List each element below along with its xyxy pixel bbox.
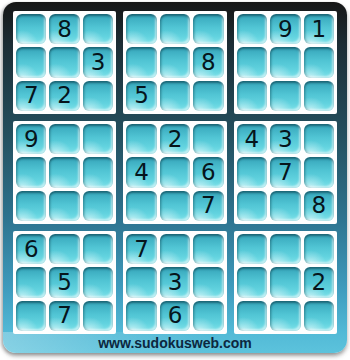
cell-r9c5[interactable]: 6	[160, 301, 190, 331]
cell-r2c6[interactable]: 8	[193, 47, 223, 77]
cell-r2c5[interactable]	[160, 47, 190, 77]
cell-r3c3[interactable]	[83, 81, 113, 111]
cell-r8c8[interactable]	[270, 267, 300, 297]
cell-r3c6[interactable]	[193, 81, 223, 111]
sudoku-grid: 837285919246743786577362	[13, 11, 337, 334]
cell-r3c1[interactable]: 7	[16, 81, 46, 111]
cell-r4c9[interactable]	[304, 124, 334, 154]
sudoku-box-2: 85	[123, 11, 226, 114]
cell-r6c1[interactable]	[16, 191, 46, 221]
cell-r9c6[interactable]	[193, 301, 223, 331]
cell-r6c3[interactable]	[83, 191, 113, 221]
cell-r4c5[interactable]: 2	[160, 124, 190, 154]
cell-r5c3[interactable]	[83, 157, 113, 187]
cell-r8c2[interactable]: 5	[49, 267, 79, 297]
cell-r6c7[interactable]	[237, 191, 267, 221]
cell-r4c6[interactable]	[193, 124, 223, 154]
cell-r3c9[interactable]	[304, 81, 334, 111]
cell-digit: 3	[91, 51, 106, 74]
cell-r1c8[interactable]: 9	[270, 14, 300, 44]
cell-r4c4[interactable]	[126, 124, 156, 154]
sudoku-box-1: 8372	[13, 11, 116, 114]
cell-r4c2[interactable]	[49, 124, 79, 154]
cell-digit: 9	[24, 128, 39, 151]
cell-r9c9[interactable]	[304, 301, 334, 331]
cell-r4c3[interactable]	[83, 124, 113, 154]
cell-digit: 7	[201, 194, 216, 217]
cell-r2c3[interactable]: 3	[83, 47, 113, 77]
cell-digit: 8	[57, 18, 72, 41]
cell-r9c4[interactable]	[126, 301, 156, 331]
cell-r8c7[interactable]	[237, 267, 267, 297]
cell-r1c5[interactable]	[160, 14, 190, 44]
cell-r9c1[interactable]	[16, 301, 46, 331]
cell-digit: 8	[201, 51, 216, 74]
cell-r6c5[interactable]	[160, 191, 190, 221]
cell-r7c3[interactable]	[83, 234, 113, 264]
cell-digit: 6	[24, 238, 39, 261]
cell-r2c2[interactable]	[49, 47, 79, 77]
cell-r2c8[interactable]	[270, 47, 300, 77]
cell-r7c8[interactable]	[270, 234, 300, 264]
cell-digit: 6	[201, 161, 216, 184]
cell-r8c4[interactable]	[126, 267, 156, 297]
cell-digit: 7	[57, 304, 72, 327]
sudoku-box-4: 9	[13, 121, 116, 224]
cell-r6c6[interactable]: 7	[193, 191, 223, 221]
cell-r5c8[interactable]: 7	[270, 157, 300, 187]
cell-digit: 3	[278, 128, 293, 151]
cell-digit: 7	[134, 238, 149, 261]
sudoku-box-9: 2	[234, 231, 337, 334]
cell-digit: 5	[57, 271, 72, 294]
cell-r9c8[interactable]	[270, 301, 300, 331]
cell-r4c1[interactable]: 9	[16, 124, 46, 154]
cell-r7c1[interactable]: 6	[16, 234, 46, 264]
sudoku-box-3: 91	[234, 11, 337, 114]
cell-r1c1[interactable]	[16, 14, 46, 44]
cell-digit: 2	[311, 271, 326, 294]
cell-digit: 4	[245, 128, 260, 151]
cell-digit: 2	[57, 84, 72, 107]
cell-r5c2[interactable]	[49, 157, 79, 187]
cell-digit: 7	[278, 161, 293, 184]
cell-r8c5[interactable]: 3	[160, 267, 190, 297]
cell-r5c4[interactable]: 4	[126, 157, 156, 187]
cell-r8c3[interactable]	[83, 267, 113, 297]
cell-r1c3[interactable]	[83, 14, 113, 44]
cell-digit: 7	[24, 84, 39, 107]
cell-r6c2[interactable]	[49, 191, 79, 221]
cell-r2c4[interactable]	[126, 47, 156, 77]
cell-r9c7[interactable]	[237, 301, 267, 331]
cell-digit: 4	[134, 161, 149, 184]
cell-r1c9[interactable]: 1	[304, 14, 334, 44]
cell-r5c9[interactable]	[304, 157, 334, 187]
cell-digit: 2	[168, 128, 183, 151]
cell-r3c8[interactable]	[270, 81, 300, 111]
sudoku-board-frame: 837285919246743786577362 www.sudokusweb.…	[3, 2, 347, 353]
cell-r7c4[interactable]: 7	[126, 234, 156, 264]
cell-r1c7[interactable]	[237, 14, 267, 44]
cell-r2c7[interactable]	[237, 47, 267, 77]
cell-r2c1[interactable]	[16, 47, 46, 77]
cell-r1c6[interactable]	[193, 14, 223, 44]
cell-r9c2[interactable]: 7	[49, 301, 79, 331]
cell-r5c7[interactable]	[237, 157, 267, 187]
cell-r6c9[interactable]: 8	[304, 191, 334, 221]
cell-r9c3[interactable]	[83, 301, 113, 331]
cell-r7c9[interactable]	[304, 234, 334, 264]
cell-r2c9[interactable]	[304, 47, 334, 77]
cell-r6c4[interactable]	[126, 191, 156, 221]
cell-digit: 3	[168, 271, 183, 294]
cell-r8c6[interactable]	[193, 267, 223, 297]
sudoku-box-7: 657	[13, 231, 116, 334]
cell-r8c1[interactable]	[16, 267, 46, 297]
cell-r3c5[interactable]	[160, 81, 190, 111]
site-url[interactable]: www.sudokusweb.com	[98, 335, 252, 351]
cell-r3c2[interactable]: 2	[49, 81, 79, 111]
cell-r5c1[interactable]	[16, 157, 46, 187]
cell-digit: 5	[134, 84, 149, 107]
sudoku-box-6: 4378	[234, 121, 337, 224]
cell-digit: 8	[311, 194, 326, 217]
cell-r7c7[interactable]	[237, 234, 267, 264]
sudoku-box-5: 2467	[123, 121, 226, 224]
cell-digit: 1	[311, 18, 326, 41]
cell-r7c2[interactable]	[49, 234, 79, 264]
cell-r6c8[interactable]	[270, 191, 300, 221]
cell-r5c6[interactable]: 6	[193, 157, 223, 187]
cell-r1c2[interactable]: 8	[49, 14, 79, 44]
cell-digit: 9	[278, 18, 293, 41]
footer-bar: www.sudokusweb.com	[3, 332, 347, 353]
cell-r4c7[interactable]: 4	[237, 124, 267, 154]
cell-r3c4[interactable]: 5	[126, 81, 156, 111]
cell-r5c5[interactable]	[160, 157, 190, 187]
cell-digit: 6	[168, 304, 183, 327]
cell-r8c9[interactable]: 2	[304, 267, 334, 297]
cell-r7c6[interactable]	[193, 234, 223, 264]
cell-r1c4[interactable]	[126, 14, 156, 44]
cell-r7c5[interactable]	[160, 234, 190, 264]
cell-r3c7[interactable]	[237, 81, 267, 111]
sudoku-box-8: 736	[123, 231, 226, 334]
cell-r4c8[interactable]: 3	[270, 124, 300, 154]
